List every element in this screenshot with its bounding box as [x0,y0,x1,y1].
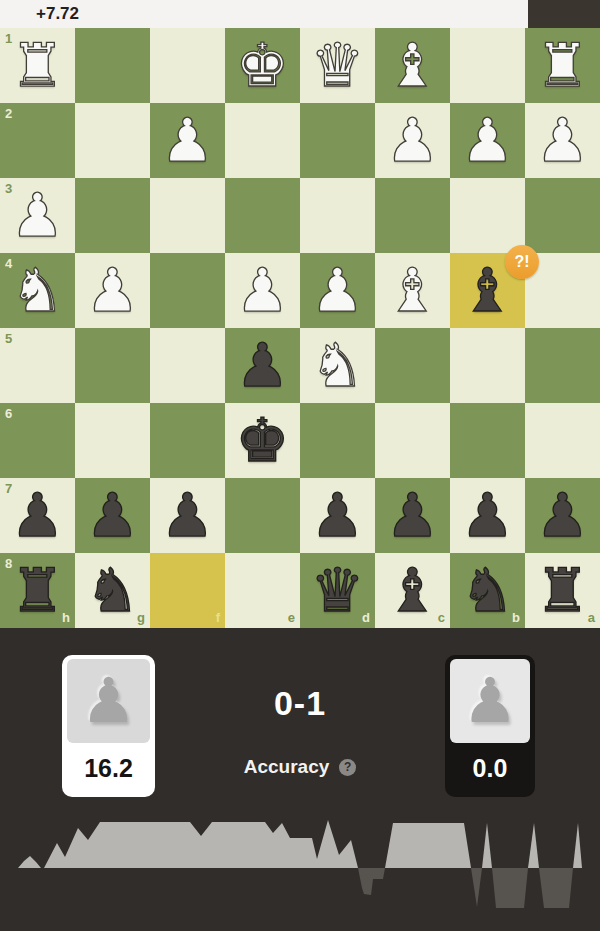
rank-label-7: 7 [5,481,12,496]
square-b8[interactable]: b♞ [450,553,525,628]
square-g7[interactable]: ♟ [75,478,150,553]
white-pawn-e4: ♟ [225,253,300,328]
square-b5[interactable] [450,328,525,403]
white-pawn-b2: ♟ [450,103,525,178]
square-c4[interactable]: ♝ [375,253,450,328]
square-g2[interactable] [75,103,150,178]
square-e5[interactable]: ♟ [225,328,300,403]
square-b7[interactable]: ♟ [450,478,525,553]
square-h5[interactable]: 5 [0,328,75,403]
white-pawn-c2: ♟ [375,103,450,178]
square-e3[interactable] [225,178,300,253]
rank-label-6: 6 [5,406,12,421]
square-h4[interactable]: 4♞ [0,253,75,328]
square-b3[interactable] [450,178,525,253]
square-c2[interactable]: ♟ [375,103,450,178]
black-pawn-e5: ♟ [225,328,300,403]
rank-label-8: 8 [5,556,12,571]
square-g6[interactable] [75,403,150,478]
file-label-a: a [588,610,595,625]
square-d7[interactable]: ♟ [300,478,375,553]
square-b2[interactable]: ♟ [450,103,525,178]
square-e2[interactable] [225,103,300,178]
eval-bar-black-portion [528,0,600,28]
file-label-d: d [362,610,370,625]
square-b4[interactable]: ♝?! [450,253,525,328]
square-d5[interactable]: ♞ [300,328,375,403]
square-h7[interactable]: 7♟ [0,478,75,553]
square-f8[interactable]: f [150,553,225,628]
white-pawn-f2: ♟ [150,103,225,178]
rank-label-2: 2 [5,106,12,121]
file-label-c: c [438,610,445,625]
black-pawn-c7: ♟ [375,478,450,553]
black-pawn-b7: ♟ [450,478,525,553]
square-a5[interactable] [525,328,600,403]
square-g5[interactable] [75,328,150,403]
square-a6[interactable] [525,403,600,478]
black-pawn-a7: ♟ [525,478,600,553]
square-a7[interactable]: ♟ [525,478,600,553]
file-label-h: h [62,610,70,625]
square-f2[interactable]: ♟ [150,103,225,178]
square-d8[interactable]: d♛ [300,553,375,628]
square-h1[interactable]: 1♜ [0,28,75,103]
white-pawn-g4: ♟ [75,253,150,328]
square-g3[interactable] [75,178,150,253]
chess-board[interactable]: 1♜♚♛♝♜2♟♟♟♟3♟4♞♟♟♟♝♝?!5♟♞6♚7♟♟♟♟♟♟♟8h♜g♞… [0,28,600,628]
file-label-g: g [137,610,145,625]
square-f3[interactable] [150,178,225,253]
square-d4[interactable]: ♟ [300,253,375,328]
square-e8[interactable]: e [225,553,300,628]
black-pawn-icon: ♟ [462,664,518,737]
file-label-f: f [216,610,220,625]
square-e6[interactable]: ♚ [225,403,300,478]
square-a3[interactable] [525,178,600,253]
square-h2[interactable]: 2 [0,103,75,178]
file-label-b: b [512,610,520,625]
square-f6[interactable] [150,403,225,478]
square-a8[interactable]: a♜ [525,553,600,628]
black-pawn-f7: ♟ [150,478,225,553]
white-pawn-d4: ♟ [300,253,375,328]
white-bishop-c4: ♝ [375,253,450,328]
rank-label-5: 5 [5,331,12,346]
square-f4[interactable] [150,253,225,328]
eval-bar: +7.72 [0,0,600,28]
square-a1[interactable]: ♜ [525,28,600,103]
square-e4[interactable]: ♟ [225,253,300,328]
square-d6[interactable] [300,403,375,478]
white-bishop-c1: ♝ [375,28,450,103]
square-c7[interactable]: ♟ [375,478,450,553]
square-b6[interactable] [450,403,525,478]
square-h6[interactable]: 6 [0,403,75,478]
square-h8[interactable]: 8h♜ [0,553,75,628]
file-label-e: e [288,610,295,625]
square-h3[interactable]: 3♟ [0,178,75,253]
square-g1[interactable] [75,28,150,103]
square-g4[interactable]: ♟ [75,253,150,328]
square-c8[interactable]: c♝ [375,553,450,628]
rank-label-1: 1 [5,31,12,46]
game-review-screen: +7.72 1♜♚♛♝♜2♟♟♟♟3♟4♞♟♟♟♝♝?!5♟♞6♚7♟♟♟♟♟♟… [0,0,600,931]
square-e7[interactable] [225,478,300,553]
white-rook-a1: ♜ [525,28,600,103]
black-player-thumb: ♟ [450,659,530,743]
game-summary-panel: ♟ 16.2 0-1 Accuracy? ♟ 0.0 [0,628,600,931]
square-c6[interactable] [375,403,450,478]
black-accuracy-card[interactable]: ♟ 0.0 [445,655,535,797]
rank-label-4: 4 [5,256,12,271]
black-pawn-d7: ♟ [300,478,375,553]
black-accuracy-value: 0.0 [445,754,535,783]
white-knight-d5: ♞ [300,328,375,403]
accuracy-label: Accuracy [244,756,330,778]
black-pawn-g7: ♟ [75,478,150,553]
square-d1[interactable]: ♛ [300,28,375,103]
black-king-e6: ♚ [225,403,300,478]
square-f1[interactable] [150,28,225,103]
square-a2[interactable]: ♟ [525,103,600,178]
square-c3[interactable] [375,178,450,253]
square-c1[interactable]: ♝ [375,28,450,103]
square-f5[interactable] [150,328,225,403]
square-c5[interactable] [375,328,450,403]
square-d3[interactable] [300,178,375,253]
square-d2[interactable] [300,103,375,178]
accuracy-help-icon[interactable]: ? [339,759,356,776]
white-pawn-a2: ♟ [525,103,600,178]
square-g8[interactable]: g♞ [75,553,150,628]
square-b1[interactable] [450,28,525,103]
white-queen-d1: ♛ [300,28,375,103]
square-f7[interactable]: ♟ [150,478,225,553]
move-classification-badge: ?! [505,245,539,279]
square-e1[interactable]: ♚ [225,28,300,103]
eval-score: +7.72 [36,0,79,28]
white-king-e1: ♚ [225,28,300,103]
eval-graph[interactable] [0,805,600,931]
rank-label-3: 3 [5,181,12,196]
